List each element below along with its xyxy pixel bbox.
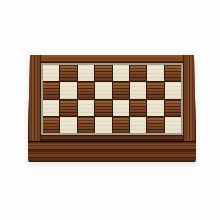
frame-left-rail: [28, 55, 41, 141]
checkerboard: [43, 65, 181, 133]
square-r4c5: [113, 117, 129, 133]
square-r3c7: [147, 100, 163, 116]
square-r2c3: [78, 82, 94, 98]
square-r1c7: [147, 65, 163, 81]
square-r3c6: [130, 100, 146, 116]
square-r4c6: [130, 117, 146, 133]
case-front-edge: [28, 141, 196, 162]
square-r4c7: [147, 117, 163, 133]
frame-right-rail: [183, 55, 196, 141]
square-r4c1: [43, 117, 59, 133]
folded-chessboard-case: [28, 55, 196, 162]
square-r1c1: [43, 65, 59, 81]
square-r3c3: [78, 100, 94, 116]
square-r3c4: [95, 100, 111, 116]
square-r3c2: [60, 100, 76, 116]
inlay-border-line: [41, 63, 183, 135]
square-r4c3: [78, 117, 94, 133]
square-r2c1: [43, 82, 59, 98]
square-r4c8: [165, 117, 181, 133]
square-r2c6: [130, 82, 146, 98]
square-r3c5: [113, 100, 129, 116]
square-r3c1: [43, 100, 59, 116]
square-r2c8: [165, 82, 181, 98]
square-r2c4: [95, 82, 111, 98]
square-r1c6: [130, 65, 146, 81]
square-r4c2: [60, 117, 76, 133]
square-r2c7: [147, 82, 163, 98]
square-r2c5: [113, 82, 129, 98]
square-r1c2: [60, 65, 76, 81]
board-top-surface: [28, 55, 196, 141]
square-r1c5: [113, 65, 129, 81]
square-r4c4: [95, 117, 111, 133]
photo-background: [0, 0, 220, 220]
square-r1c8: [165, 65, 181, 81]
square-r1c3: [78, 65, 94, 81]
square-r3c8: [165, 100, 181, 116]
square-r2c2: [60, 82, 76, 98]
square-r1c4: [95, 65, 111, 81]
